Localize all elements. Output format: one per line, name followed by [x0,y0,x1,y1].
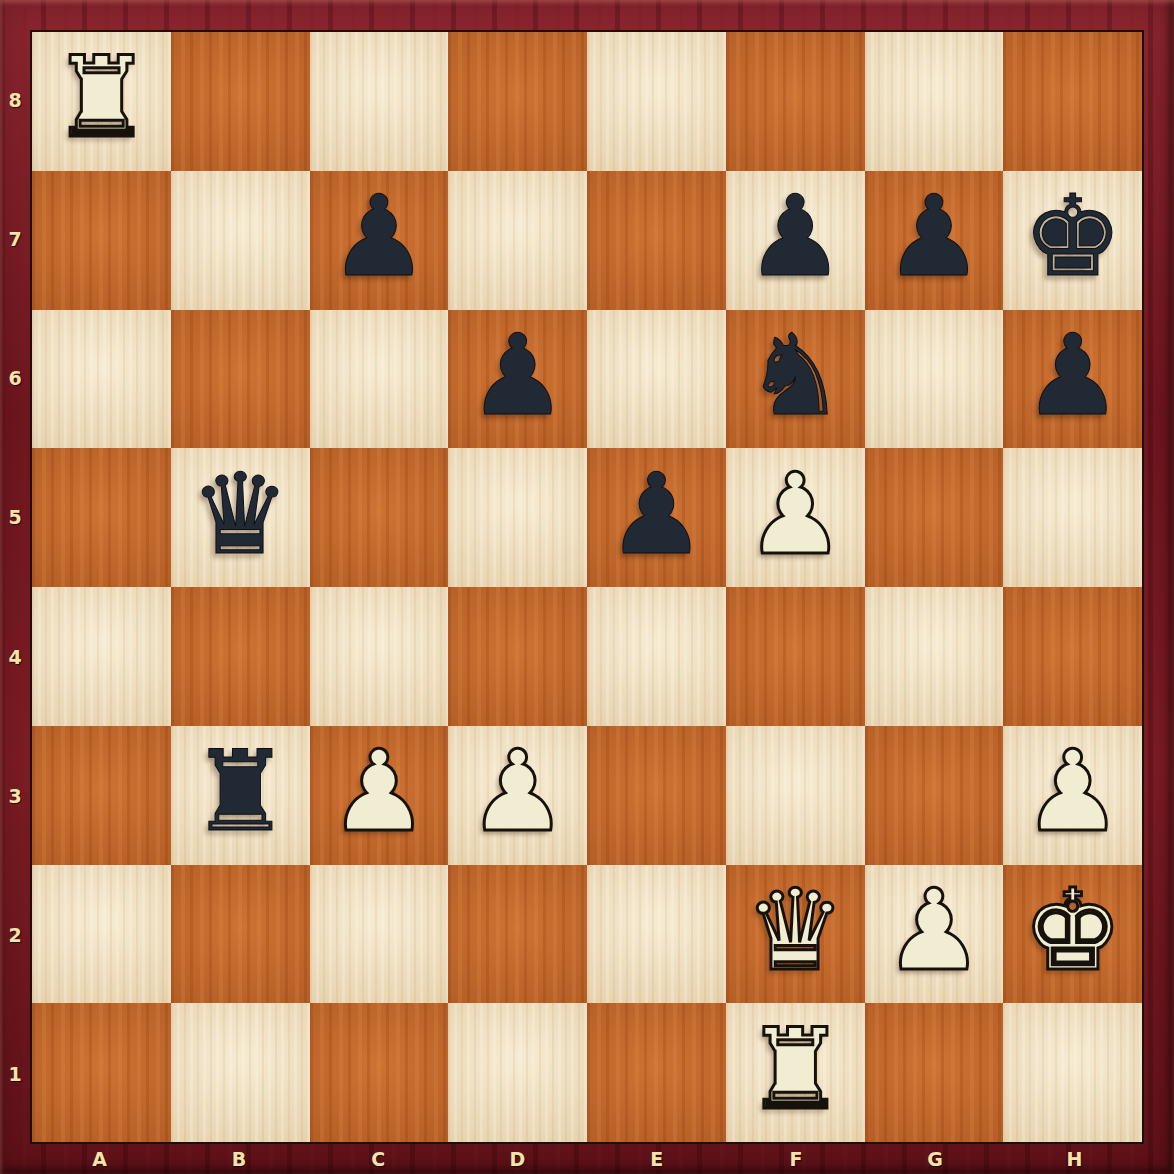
file-label-d: D [448,1144,587,1174]
black-pawn-icon: ♟ [884,180,984,292]
square-a2[interactable] [32,865,171,1004]
square-e4[interactable] [587,587,726,726]
square-c4[interactable] [310,587,449,726]
square-g8[interactable] [865,32,1004,171]
square-f1[interactable]: ♜ [726,1003,865,1142]
square-b7[interactable] [171,171,310,310]
square-c1[interactable] [310,1003,449,1142]
white-rook-icon: ♜ [51,41,151,153]
square-c6[interactable] [310,310,449,449]
square-c5[interactable] [310,448,449,587]
square-h5[interactable] [1003,448,1142,587]
square-d2[interactable] [448,865,587,1004]
square-c2[interactable] [310,865,449,1004]
white-pawn-icon: ♟ [329,735,429,847]
square-e2[interactable] [587,865,726,1004]
square-b6[interactable] [171,310,310,449]
square-d7[interactable] [448,171,587,310]
square-g6[interactable] [865,310,1004,449]
file-labels: ABCDEFGH [30,1144,1144,1174]
square-f7[interactable]: ♟ [726,171,865,310]
board: ♜♟♟♟♚♟♞♟♛♟♟♜♟♟♟♛♟♚♜ [30,30,1144,1144]
square-b5[interactable]: ♛ [171,448,310,587]
file-label-c: C [309,1144,448,1174]
square-a4[interactable] [32,587,171,726]
black-rook-icon: ♜ [190,735,290,847]
rank-label-3: 3 [0,726,30,865]
square-b1[interactable] [171,1003,310,1142]
square-h3[interactable]: ♟ [1003,726,1142,865]
white-queen-icon: ♛ [745,874,845,986]
square-f5[interactable]: ♟ [726,448,865,587]
square-b8[interactable] [171,32,310,171]
square-d4[interactable] [448,587,587,726]
white-pawn-icon: ♟ [745,458,845,570]
file-label-e: E [587,1144,726,1174]
square-d6[interactable]: ♟ [448,310,587,449]
square-a1[interactable] [32,1003,171,1142]
square-a5[interactable] [32,448,171,587]
square-f3[interactable] [726,726,865,865]
square-g7[interactable]: ♟ [865,171,1004,310]
square-c8[interactable] [310,32,449,171]
square-a3[interactable] [32,726,171,865]
black-queen-icon: ♛ [190,458,290,570]
square-d8[interactable] [448,32,587,171]
square-b3[interactable]: ♜ [171,726,310,865]
rank-label-1: 1 [0,1005,30,1144]
rank-label-6: 6 [0,309,30,448]
square-a7[interactable] [32,171,171,310]
file-label-b: B [169,1144,308,1174]
rank-label-2: 2 [0,866,30,1005]
square-c7[interactable]: ♟ [310,171,449,310]
black-pawn-icon: ♟ [467,319,567,431]
square-d1[interactable] [448,1003,587,1142]
square-c3[interactable]: ♟ [310,726,449,865]
rank-label-7: 7 [0,169,30,308]
square-g2[interactable]: ♟ [865,865,1004,1004]
rank-label-4: 4 [0,587,30,726]
square-g4[interactable] [865,587,1004,726]
white-rook-icon: ♜ [745,1013,845,1125]
square-a6[interactable] [32,310,171,449]
square-f2[interactable]: ♛ [726,865,865,1004]
square-d5[interactable] [448,448,587,587]
black-pawn-icon: ♟ [329,180,429,292]
black-knight-icon: ♞ [745,319,845,431]
file-label-g: G [866,1144,1005,1174]
square-e5[interactable]: ♟ [587,448,726,587]
white-pawn-icon: ♟ [1022,735,1122,847]
file-label-f: F [726,1144,865,1174]
square-f4[interactable] [726,587,865,726]
square-h4[interactable] [1003,587,1142,726]
black-king-icon: ♚ [1022,180,1122,292]
square-b2[interactable] [171,865,310,1004]
square-h8[interactable] [1003,32,1142,171]
rank-labels: 87654321 [0,30,30,1144]
white-pawn-icon: ♟ [884,874,984,986]
chess-board-frame: 87654321 ♜♟♟♟♚♟♞♟♛♟♟♜♟♟♟♛♟♚♜ ABCDEFGH [0,0,1174,1174]
square-f6[interactable]: ♞ [726,310,865,449]
black-pawn-icon: ♟ [745,180,845,292]
square-e7[interactable] [587,171,726,310]
square-h7[interactable]: ♚ [1003,171,1142,310]
square-g3[interactable] [865,726,1004,865]
square-e1[interactable] [587,1003,726,1142]
white-king-icon: ♚ [1022,874,1122,986]
square-h6[interactable]: ♟ [1003,310,1142,449]
square-e6[interactable] [587,310,726,449]
square-h2[interactable]: ♚ [1003,865,1142,1004]
square-a8[interactable]: ♜ [32,32,171,171]
square-e8[interactable] [587,32,726,171]
square-d3[interactable]: ♟ [448,726,587,865]
square-f8[interactable] [726,32,865,171]
rank-label-5: 5 [0,448,30,587]
black-pawn-icon: ♟ [606,458,706,570]
white-pawn-icon: ♟ [467,735,567,847]
square-e3[interactable] [587,726,726,865]
rank-label-8: 8 [0,30,30,169]
file-label-h: H [1005,1144,1144,1174]
square-h1[interactable] [1003,1003,1142,1142]
square-b4[interactable] [171,587,310,726]
file-label-a: A [30,1144,169,1174]
square-g1[interactable] [865,1003,1004,1142]
square-g5[interactable] [865,448,1004,587]
black-pawn-icon: ♟ [1022,319,1122,431]
